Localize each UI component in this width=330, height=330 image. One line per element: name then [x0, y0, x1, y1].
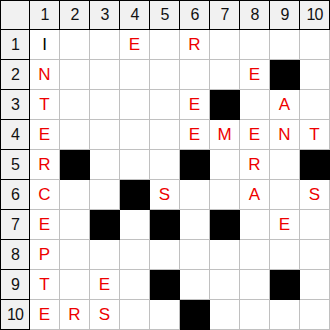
cell-r4c8[interactable]: E	[240, 120, 270, 150]
cell-r6c4	[120, 180, 150, 210]
cell-r8c6[interactable]	[180, 240, 210, 270]
row-header-8: 8	[0, 240, 30, 270]
cell-r3c9[interactable]: A	[270, 90, 300, 120]
cell-r4c3[interactable]	[90, 120, 120, 150]
cell-r6c6[interactable]	[180, 180, 210, 210]
cell-r7c10[interactable]	[300, 210, 330, 240]
cell-r1c6[interactable]: R	[180, 30, 210, 60]
row-header-5: 5	[0, 150, 30, 180]
cell-r3c3[interactable]	[90, 90, 120, 120]
cell-r2c1[interactable]: N	[30, 60, 60, 90]
cell-r1c3[interactable]	[90, 30, 120, 60]
cell-r10c6	[180, 300, 210, 330]
cell-r10c2[interactable]: R	[60, 300, 90, 330]
cell-r1c4[interactable]: E	[120, 30, 150, 60]
col-header-1: 1	[30, 0, 60, 30]
cell-r6c10[interactable]: S	[300, 180, 330, 210]
cell-r3c1[interactable]: T	[30, 90, 60, 120]
cell-r2c7[interactable]	[210, 60, 240, 90]
cell-r4c10[interactable]: T	[300, 120, 330, 150]
cell-r4c1[interactable]: E	[30, 120, 60, 150]
row-header-9: 9	[0, 270, 30, 300]
cell-r1c9[interactable]	[270, 30, 300, 60]
corner-cell	[0, 0, 30, 30]
cell-r5c3[interactable]	[90, 150, 120, 180]
cell-r7c6[interactable]	[180, 210, 210, 240]
cell-r10c10[interactable]	[300, 300, 330, 330]
cell-r2c6[interactable]	[180, 60, 210, 90]
cell-r10c5[interactable]	[150, 300, 180, 330]
cell-r3c6[interactable]: E	[180, 90, 210, 120]
cell-r9c5	[150, 270, 180, 300]
cell-r4c7[interactable]: M	[210, 120, 240, 150]
cell-r5c2	[60, 150, 90, 180]
cell-r8c1[interactable]: P	[30, 240, 60, 270]
cell-r1c7[interactable]	[210, 30, 240, 60]
col-header-10: 10	[300, 0, 330, 30]
cell-r8c10[interactable]	[300, 240, 330, 270]
col-header-2: 2	[60, 0, 90, 30]
cell-r1c10[interactable]	[300, 30, 330, 60]
cell-r2c3[interactable]	[90, 60, 120, 90]
cell-r6c1[interactable]: C	[30, 180, 60, 210]
cell-r7c5	[150, 210, 180, 240]
col-header-3: 3	[90, 0, 120, 30]
cell-r7c7	[210, 210, 240, 240]
cell-r2c10[interactable]	[300, 60, 330, 90]
cell-r1c5[interactable]	[150, 30, 180, 60]
cell-r9c3[interactable]: E	[90, 270, 120, 300]
cell-r8c9[interactable]	[270, 240, 300, 270]
cell-r4c6[interactable]: E	[180, 120, 210, 150]
cell-r6c8[interactable]: A	[240, 180, 270, 210]
cell-r7c1[interactable]: E	[30, 210, 60, 240]
cell-r8c8[interactable]	[240, 240, 270, 270]
cell-r9c2[interactable]	[60, 270, 90, 300]
cell-r8c4[interactable]	[120, 240, 150, 270]
col-header-4: 4	[120, 0, 150, 30]
cell-r6c2[interactable]	[60, 180, 90, 210]
row-header-3: 3	[0, 90, 30, 120]
cell-r4c5[interactable]	[150, 120, 180, 150]
cell-r3c4[interactable]	[120, 90, 150, 120]
cell-r6c5[interactable]: S	[150, 180, 180, 210]
cell-r3c7	[210, 90, 240, 120]
row-header-7: 7	[0, 210, 30, 240]
cell-r2c8[interactable]: E	[240, 60, 270, 90]
cell-r8c7[interactable]	[210, 240, 240, 270]
cell-r2c5[interactable]	[150, 60, 180, 90]
col-header-6: 6	[180, 0, 210, 30]
cell-r5c8[interactable]: R	[240, 150, 270, 180]
cell-r10c7[interactable]	[210, 300, 240, 330]
cell-r9c7[interactable]	[210, 270, 240, 300]
col-header-8: 8	[240, 0, 270, 30]
col-header-7: 7	[210, 0, 240, 30]
cell-r8c2[interactable]	[60, 240, 90, 270]
cell-r10c1[interactable]: E	[30, 300, 60, 330]
cell-r3c2[interactable]	[60, 90, 90, 120]
cell-r5c5[interactable]	[150, 150, 180, 180]
cell-r5c6	[180, 150, 210, 180]
row-header-6: 6	[0, 180, 30, 210]
cell-r5c9[interactable]	[270, 150, 300, 180]
row-header-1: 1	[0, 30, 30, 60]
cell-r2c9	[270, 60, 300, 90]
cell-r10c4[interactable]	[120, 300, 150, 330]
cell-r9c10[interactable]	[300, 270, 330, 300]
cell-r9c6[interactable]	[180, 270, 210, 300]
cell-r3c10[interactable]	[300, 90, 330, 120]
col-header-5: 5	[150, 0, 180, 30]
col-header-9: 9	[270, 0, 300, 30]
cell-r8c5[interactable]	[150, 240, 180, 270]
cell-r5c4[interactable]	[120, 150, 150, 180]
cell-r6c7[interactable]	[210, 180, 240, 210]
cell-r3c5[interactable]	[150, 90, 180, 120]
cell-r7c8[interactable]	[240, 210, 270, 240]
cell-r7c2[interactable]	[60, 210, 90, 240]
cell-r9c9	[270, 270, 300, 300]
cell-r2c4[interactable]	[120, 60, 150, 90]
cell-r4c4[interactable]	[120, 120, 150, 150]
cell-r10c8[interactable]	[240, 300, 270, 330]
cell-r7c4[interactable]	[120, 210, 150, 240]
cell-r7c9[interactable]: E	[270, 210, 300, 240]
row-header-2: 2	[0, 60, 30, 90]
cell-r1c1[interactable]: I	[30, 30, 60, 60]
crossword-board: 123456789101IER2NE3TEA4EEMENT5RR6CSAS7EE…	[0, 0, 330, 330]
cell-r4c9[interactable]: N	[270, 120, 300, 150]
row-header-10: 10	[0, 300, 30, 330]
cell-r9c1[interactable]: T	[30, 270, 60, 300]
cell-r3c8[interactable]	[240, 90, 270, 120]
cell-r6c9[interactable]	[270, 180, 300, 210]
cell-r5c10	[300, 150, 330, 180]
cell-r10c3[interactable]: S	[90, 300, 120, 330]
cell-r9c4[interactable]	[120, 270, 150, 300]
cell-r6c3[interactable]	[90, 180, 120, 210]
cell-r2c2[interactable]	[60, 60, 90, 90]
cell-r9c8[interactable]	[240, 270, 270, 300]
cell-r1c2[interactable]	[60, 30, 90, 60]
cell-r1c8[interactable]	[240, 30, 270, 60]
cell-r4c2[interactable]	[60, 120, 90, 150]
cell-r8c3[interactable]	[90, 240, 120, 270]
cell-r7c3	[90, 210, 120, 240]
row-header-4: 4	[0, 120, 30, 150]
cell-r5c1[interactable]: R	[30, 150, 60, 180]
cell-r5c7[interactable]	[210, 150, 240, 180]
cell-r10c9[interactable]	[270, 300, 300, 330]
